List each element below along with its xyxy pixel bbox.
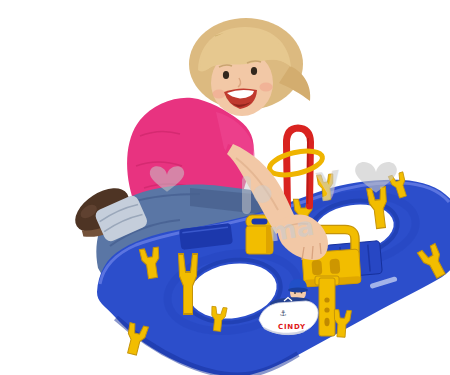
crane-mast <box>315 276 339 336</box>
child-eye-right <box>251 67 257 75</box>
boat-label: CINDY <box>278 323 306 331</box>
child-eye-left <box>223 71 229 79</box>
photo-scene: ⚓ CINDY y ma <box>40 16 450 375</box>
product-photo: Smiling blonde toddler in a pink t-shirt… <box>40 16 450 375</box>
child-blush-right <box>260 83 273 92</box>
crane-ring <box>267 147 324 180</box>
child-blush-left <box>213 90 226 99</box>
anchor-icon: ⚓ <box>279 309 286 318</box>
